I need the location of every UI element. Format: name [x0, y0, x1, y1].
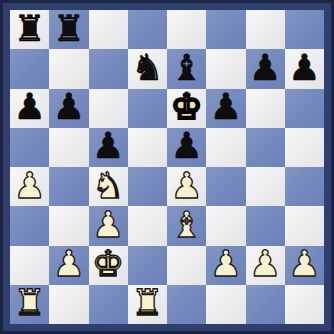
square-h2[interactable]: ♟	[285, 246, 324, 285]
square-c4[interactable]: ♞	[89, 167, 128, 206]
white-king: ♚	[92, 246, 124, 282]
square-g1[interactable]	[246, 285, 285, 324]
square-g7[interactable]: ♟	[246, 49, 285, 88]
square-g8[interactable]	[246, 10, 285, 49]
square-d4[interactable]	[128, 167, 167, 206]
black-rook: ♜	[53, 11, 85, 47]
white-pawn: ♟	[92, 207, 124, 243]
square-f8[interactable]	[206, 10, 245, 49]
square-e8[interactable]	[167, 10, 206, 49]
white-pawn: ♟	[53, 246, 85, 282]
white-pawn: ♟	[210, 246, 242, 282]
square-a4[interactable]: ♟	[10, 167, 49, 206]
black-pawn: ♟	[170, 128, 202, 164]
square-g4[interactable]	[246, 167, 285, 206]
board-frame: ♜♜♞♝♟♟♟♟♚♟♟♟♟♞♟♟♝♟♚♟♟♟♜♜	[0, 0, 334, 334]
square-d5[interactable]	[128, 128, 167, 167]
square-d3[interactable]	[128, 206, 167, 245]
white-bishop: ♝	[170, 207, 202, 243]
square-a3[interactable]	[10, 206, 49, 245]
square-a7[interactable]	[10, 49, 49, 88]
square-f2[interactable]: ♟	[206, 246, 245, 285]
square-f1[interactable]	[206, 285, 245, 324]
square-d1[interactable]: ♜	[128, 285, 167, 324]
square-c2[interactable]: ♚	[89, 246, 128, 285]
black-knight: ♞	[131, 50, 163, 86]
square-c5[interactable]: ♟	[89, 128, 128, 167]
square-b3[interactable]	[49, 206, 88, 245]
square-a2[interactable]	[10, 246, 49, 285]
square-f4[interactable]	[206, 167, 245, 206]
square-c8[interactable]	[89, 10, 128, 49]
square-e3[interactable]: ♝	[167, 206, 206, 245]
square-a8[interactable]: ♜	[10, 10, 49, 49]
square-b2[interactable]: ♟	[49, 246, 88, 285]
black-pawn: ♟	[53, 89, 85, 125]
square-g6[interactable]	[246, 89, 285, 128]
square-b7[interactable]	[49, 49, 88, 88]
square-e7[interactable]: ♝	[167, 49, 206, 88]
square-b1[interactable]	[49, 285, 88, 324]
square-b5[interactable]	[49, 128, 88, 167]
square-d7[interactable]: ♞	[128, 49, 167, 88]
square-f6[interactable]: ♟	[206, 89, 245, 128]
chess-board: ♜♜♞♝♟♟♟♟♚♟♟♟♟♞♟♟♝♟♚♟♟♟♜♜	[10, 10, 324, 324]
square-e4[interactable]: ♟	[167, 167, 206, 206]
square-c3[interactable]: ♟	[89, 206, 128, 245]
square-f5[interactable]	[206, 128, 245, 167]
white-knight: ♞	[92, 168, 124, 204]
square-h7[interactable]: ♟	[285, 49, 324, 88]
black-pawn: ♟	[13, 89, 45, 125]
square-h1[interactable]	[285, 285, 324, 324]
square-e6[interactable]: ♚	[167, 89, 206, 128]
square-h5[interactable]	[285, 128, 324, 167]
black-pawn: ♟	[210, 89, 242, 125]
square-b8[interactable]: ♜	[49, 10, 88, 49]
black-pawn: ♟	[92, 128, 124, 164]
black-pawn: ♟	[288, 50, 320, 86]
black-king: ♚	[170, 89, 202, 125]
square-c7[interactable]	[89, 49, 128, 88]
square-e1[interactable]	[167, 285, 206, 324]
square-h3[interactable]	[285, 206, 324, 245]
black-pawn: ♟	[249, 50, 281, 86]
square-d2[interactable]	[128, 246, 167, 285]
square-e2[interactable]	[167, 246, 206, 285]
white-pawn: ♟	[288, 246, 320, 282]
square-b6[interactable]: ♟	[49, 89, 88, 128]
square-h8[interactable]	[285, 10, 324, 49]
square-h6[interactable]	[285, 89, 324, 128]
square-c1[interactable]	[89, 285, 128, 324]
square-c6[interactable]	[89, 89, 128, 128]
square-f7[interactable]	[206, 49, 245, 88]
white-pawn: ♟	[249, 246, 281, 282]
black-rook: ♜	[13, 11, 45, 47]
white-rook: ♜	[131, 285, 163, 321]
square-a6[interactable]: ♟	[10, 89, 49, 128]
square-g3[interactable]	[246, 206, 285, 245]
square-f3[interactable]	[206, 206, 245, 245]
white-pawn: ♟	[170, 168, 202, 204]
black-bishop: ♝	[170, 50, 202, 86]
square-e5[interactable]: ♟	[167, 128, 206, 167]
square-a5[interactable]	[10, 128, 49, 167]
square-h4[interactable]	[285, 167, 324, 206]
square-d6[interactable]	[128, 89, 167, 128]
white-pawn: ♟	[13, 168, 45, 204]
square-a1[interactable]: ♜	[10, 285, 49, 324]
square-g5[interactable]	[246, 128, 285, 167]
white-rook: ♜	[13, 285, 45, 321]
square-g2[interactable]: ♟	[246, 246, 285, 285]
square-d8[interactable]	[128, 10, 167, 49]
square-b4[interactable]	[49, 167, 88, 206]
